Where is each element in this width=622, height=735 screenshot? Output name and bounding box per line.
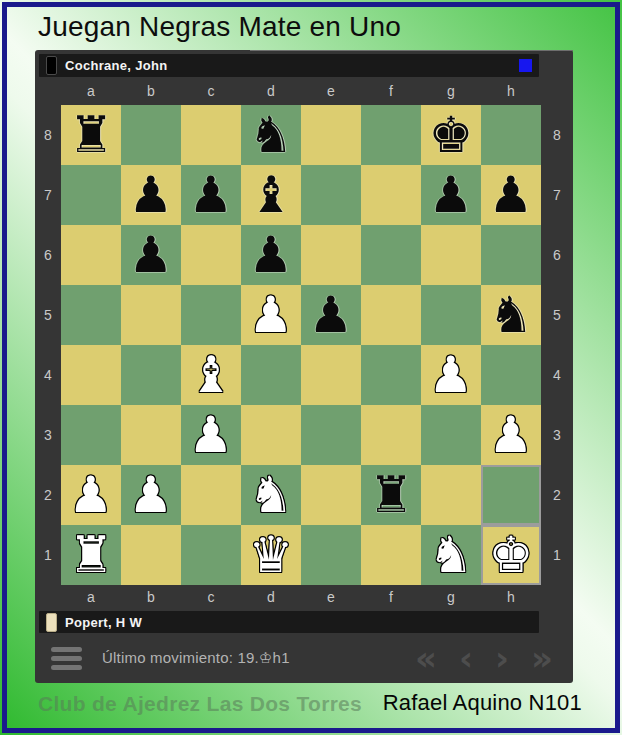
square-h4[interactable] (481, 345, 541, 405)
black-rook[interactable]: ♜︎ (361, 465, 421, 525)
black-knight[interactable]: ♞︎ (241, 105, 301, 165)
club-watermark: Club de Ajedrez Las Dos Torres (38, 692, 362, 716)
rank-label-5: 5 (44, 307, 52, 323)
square-b5[interactable] (121, 285, 181, 345)
square-b6[interactable]: ♟︎ (121, 225, 181, 285)
white-pawn[interactable]: ♟︎ (241, 285, 301, 345)
file-label-g: g (421, 83, 481, 99)
rank-label-2: 2 (44, 487, 52, 503)
square-a1[interactable]: ♜︎ (61, 525, 121, 585)
rank-label-3: 3 (553, 427, 561, 443)
file-label-g: g (421, 589, 481, 605)
menu-hamburger-icon[interactable] (51, 647, 82, 670)
file-label-h: h (481, 83, 541, 99)
turn-indicator (519, 59, 532, 72)
square-h3[interactable]: ♟︎ (481, 405, 541, 465)
square-g4[interactable]: ♟︎ (421, 345, 481, 405)
rank-label-1: 1 (553, 547, 561, 563)
rank-label-2: 2 (553, 487, 561, 503)
black-bishop[interactable]: ♝︎ (241, 165, 301, 225)
square-d8[interactable]: ♞︎ (241, 105, 301, 165)
square-h1[interactable]: ♚︎ (481, 525, 541, 585)
square-g3[interactable] (421, 405, 481, 465)
black-pawn[interactable]: ♟︎ (121, 165, 181, 225)
rank-label-4: 4 (44, 367, 52, 383)
square-f1[interactable] (361, 525, 421, 585)
white-pawn[interactable]: ♟︎ (481, 405, 541, 465)
square-a7[interactable] (61, 165, 121, 225)
panel-divider (250, 50, 573, 51)
rank-label-6: 6 (44, 247, 52, 263)
square-b7[interactable]: ♟︎ (121, 165, 181, 225)
square-b2[interactable]: ♟︎ (121, 465, 181, 525)
black-color-indicator (46, 56, 57, 75)
square-a6[interactable] (61, 225, 121, 285)
square-c3[interactable]: ♟︎ (181, 405, 241, 465)
square-h8[interactable] (481, 105, 541, 165)
status-bar: Último movimiento: 19.♔h1 «‹›» (35, 633, 573, 683)
square-b4[interactable] (121, 345, 181, 405)
square-d1[interactable]: ♛︎ (241, 525, 301, 585)
white-pawn[interactable]: ♟︎ (61, 465, 121, 525)
square-c8[interactable] (181, 105, 241, 165)
white-pawn[interactable]: ♟︎ (421, 345, 481, 405)
rank-label-3: 3 (44, 427, 52, 443)
square-b8[interactable] (121, 105, 181, 165)
square-f2[interactable]: ♜︎ (361, 465, 421, 525)
file-label-h: h (481, 589, 541, 605)
square-d5[interactable]: ♟︎ (241, 285, 301, 345)
chess-widget: Cochrane, John abcdefgh 87654321 ♜︎♞︎♚︎♟… (35, 50, 573, 683)
square-g6[interactable] (421, 225, 481, 285)
square-b1[interactable] (121, 525, 181, 585)
square-e5[interactable]: ♟︎ (301, 285, 361, 345)
square-d6[interactable]: ♟︎ (241, 225, 301, 285)
black-pawn[interactable]: ♟︎ (301, 285, 361, 345)
square-h2[interactable] (481, 465, 541, 525)
file-label-a: a (61, 589, 121, 605)
black-pawn[interactable]: ♟︎ (241, 225, 301, 285)
square-a5[interactable] (61, 285, 121, 345)
player-name-white: Popert, H W (65, 615, 142, 630)
square-a3[interactable] (61, 405, 121, 465)
white-bishop[interactable]: ♝︎ (181, 345, 241, 405)
white-knight[interactable]: ♞︎ (241, 465, 301, 525)
square-f7[interactable] (361, 165, 421, 225)
square-d2[interactable]: ♞︎ (241, 465, 301, 525)
square-h6[interactable] (481, 225, 541, 285)
file-label-b: b (121, 589, 181, 605)
last-move-text: Último movimiento: 19.♔h1 (102, 649, 290, 667)
square-c1[interactable] (181, 525, 241, 585)
square-a2[interactable]: ♟︎ (61, 465, 121, 525)
file-label-d: d (241, 589, 301, 605)
player-bar-black: Cochrane, John (39, 54, 539, 77)
rank-label-8: 8 (44, 127, 52, 143)
square-f4[interactable] (361, 345, 421, 405)
square-e4[interactable] (301, 345, 361, 405)
file-label-d: d (241, 83, 301, 99)
file-label-f: f (361, 589, 421, 605)
square-a8[interactable]: ♜︎ (61, 105, 121, 165)
square-a4[interactable] (61, 345, 121, 405)
file-label-b: b (121, 83, 181, 99)
file-label-a: a (61, 83, 121, 99)
square-g7[interactable]: ♟︎ (421, 165, 481, 225)
page-background: Juegan Negras Mate en Uno Cochrane, John… (0, 0, 622, 735)
square-g5[interactable] (421, 285, 481, 345)
nav-last-button[interactable]: » (531, 641, 553, 675)
square-b3[interactable] (121, 405, 181, 465)
black-pawn[interactable]: ♟︎ (181, 165, 241, 225)
square-e7[interactable] (301, 165, 361, 225)
rank-label-7: 7 (44, 187, 52, 203)
white-queen[interactable]: ♛︎ (241, 525, 301, 585)
square-f3[interactable] (361, 405, 421, 465)
file-labels-top: abcdefgh (61, 77, 541, 105)
white-pawn[interactable]: ♟︎ (121, 465, 181, 525)
square-e2[interactable] (301, 465, 361, 525)
rank-label-6: 6 (553, 247, 561, 263)
rank-label-5: 5 (553, 307, 561, 323)
square-c7[interactable]: ♟︎ (181, 165, 241, 225)
white-knight[interactable]: ♞︎ (421, 525, 481, 585)
square-h7[interactable]: ♟︎ (481, 165, 541, 225)
rank-label-7: 7 (553, 187, 561, 203)
nav-prev-button[interactable]: ‹ (459, 641, 473, 675)
white-color-indicator (46, 613, 57, 632)
square-c5[interactable] (181, 285, 241, 345)
player-bar-white: Popert, H W (39, 611, 539, 633)
square-c2[interactable] (181, 465, 241, 525)
black-pawn[interactable]: ♟︎ (481, 165, 541, 225)
square-h5[interactable]: ♞︎ (481, 285, 541, 345)
file-label-e: e (301, 83, 361, 99)
rank-labels-right: 87654321 (541, 105, 573, 585)
page-title: Juegan Negras Mate en Uno (38, 11, 401, 43)
board-strip: 87654321 ♜︎♞︎♚︎♟︎♟︎♝︎♟︎♟︎♟︎♟︎♟︎♟︎♞︎♝︎♟︎♟… (35, 105, 573, 585)
square-e1[interactable] (301, 525, 361, 585)
author-credit: Rafael Aquino N101 (383, 690, 582, 716)
file-labels-bottom: abcdefgh (61, 585, 541, 609)
file-label-e: e (301, 589, 361, 605)
file-label-c: c (181, 589, 241, 605)
nav-next-button[interactable]: › (495, 641, 509, 675)
black-knight[interactable]: ♞︎ (481, 285, 541, 345)
rank-label-1: 1 (44, 547, 52, 563)
rank-label-8: 8 (553, 127, 561, 143)
square-f5[interactable] (361, 285, 421, 345)
white-king[interactable]: ♚︎ (481, 525, 541, 585)
rank-labels-left: 87654321 (35, 105, 61, 585)
square-e6[interactable] (301, 225, 361, 285)
square-g2[interactable] (421, 465, 481, 525)
square-c6[interactable] (181, 225, 241, 285)
square-f8[interactable] (361, 105, 421, 165)
square-d4[interactable] (241, 345, 301, 405)
chess-board[interactable]: ♜︎♞︎♚︎♟︎♟︎♝︎♟︎♟︎♟︎♟︎♟︎♟︎♞︎♝︎♟︎♟︎♟︎♟︎♟︎♞︎… (61, 105, 541, 585)
square-g8[interactable]: ♚︎ (421, 105, 481, 165)
square-e8[interactable] (301, 105, 361, 165)
square-d3[interactable] (241, 405, 301, 465)
black-king[interactable]: ♚︎ (421, 105, 481, 165)
white-pawn[interactable]: ♟︎ (181, 405, 241, 465)
black-pawn[interactable]: ♟︎ (121, 225, 181, 285)
file-label-c: c (181, 83, 241, 99)
square-f6[interactable] (361, 225, 421, 285)
player-name-black: Cochrane, John (65, 58, 167, 73)
white-rook[interactable]: ♜︎ (61, 525, 121, 585)
square-c4[interactable]: ♝︎ (181, 345, 241, 405)
square-d7[interactable]: ♝︎ (241, 165, 301, 225)
file-label-f: f (361, 83, 421, 99)
black-pawn[interactable]: ♟︎ (421, 165, 481, 225)
black-rook[interactable]: ♜︎ (61, 105, 121, 165)
nav-first-button[interactable]: « (415, 641, 437, 675)
rank-label-4: 4 (553, 367, 561, 383)
square-g1[interactable]: ♞︎ (421, 525, 481, 585)
square-e3[interactable] (301, 405, 361, 465)
move-navigation: «‹›» (415, 641, 553, 675)
